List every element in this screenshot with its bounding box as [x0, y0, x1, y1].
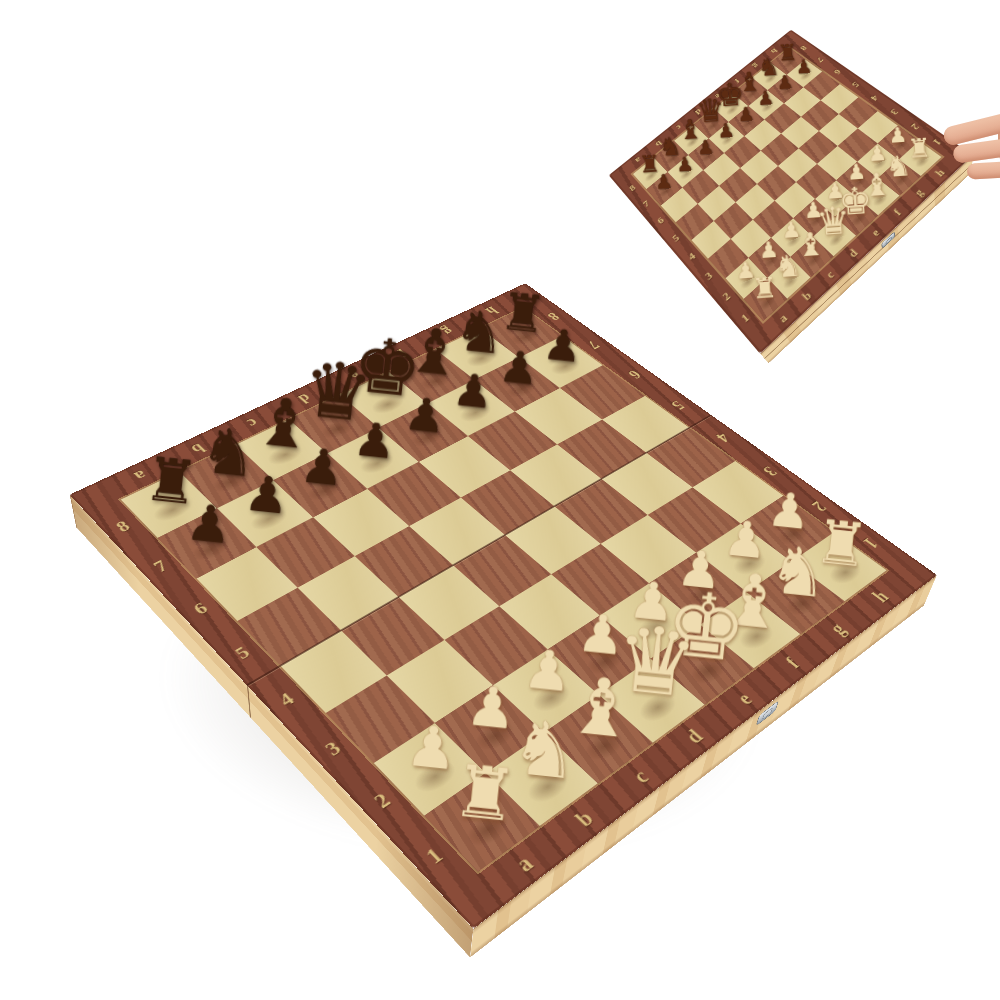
pawn-glyph: ♟ [717, 121, 735, 141]
pawn-glyph: ♟ [464, 679, 520, 740]
board-grid: ♜♞♝♛♚♝♞♜♟♟♟♟♟♟♟♟♟♟♟♟♟♟♟♟♜♞♝♛♚♝♞♜ [633, 48, 942, 321]
pawn-glyph: ♟ [451, 368, 495, 417]
pawn-glyph: ♟ [888, 124, 908, 146]
square-d4[interactable] [757, 166, 796, 201]
inset-board-surface: abcdefghabcdefgh8765432187654321♜♞♝♛♚♝♞♜… [609, 30, 973, 354]
pawn-glyph: ♟ [298, 443, 346, 495]
pawn-glyph: ♟ [184, 498, 234, 553]
pawn-glyph: ♟ [737, 104, 755, 124]
board-grid: ♜♞♝♛♚♝♞♜♟♟♟♟♟♟♟♟♟♟♟♟♟♟♟♟♜♞♝♛♚♝♞♜ [121, 308, 887, 872]
inset-chessboard: abcdefghabcdefgh8765432187654321♜♞♝♛♚♝♞♜… [618, 6, 938, 326]
rook-glyph: ♜ [449, 756, 521, 834]
pawn-glyph: ♟ [403, 718, 460, 780]
pawn-glyph: ♟ [242, 470, 291, 523]
rook-glyph: ♜ [751, 274, 778, 304]
pawn-glyph: ♟ [757, 88, 775, 108]
knight-glyph: ♞ [774, 251, 803, 283]
clasp-icon [755, 700, 779, 727]
pawn-glyph: ♟ [402, 392, 447, 442]
pawn-glyph: ♟ [351, 417, 398, 468]
pawn-glyph: ♟ [776, 73, 794, 93]
square-d5[interactable] [740, 151, 778, 184]
pawn-glyph: ♟ [696, 137, 715, 157]
hand [938, 86, 1000, 206]
pawn-glyph: ♟ [676, 154, 695, 175]
pawn-glyph: ♟ [795, 57, 813, 77]
ring-finger [967, 160, 1000, 179]
product-photo-scene: abcdefghabcdefgh8765432187654321♜♞♝♛♚♝♞♜… [0, 0, 1000, 1000]
square-h4[interactable] [839, 97, 878, 128]
pawn-glyph: ♟ [654, 172, 673, 193]
pawn-glyph: ♟ [497, 346, 540, 394]
pawn-glyph: ♟ [541, 324, 584, 370]
